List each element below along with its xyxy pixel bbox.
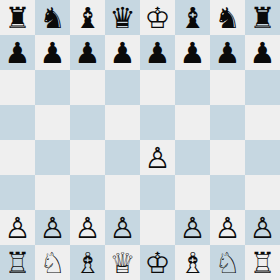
piece-black-pawn[interactable]: ♟ bbox=[110, 36, 136, 70]
piece-white-pawn[interactable]: ♙ bbox=[110, 211, 136, 245]
piece-white-pawn[interactable]: ♙ bbox=[5, 211, 31, 245]
square-g5[interactable] bbox=[210, 105, 245, 140]
square-g3[interactable] bbox=[210, 175, 245, 210]
square-f2[interactable]: ♙ bbox=[175, 210, 210, 245]
square-a6[interactable] bbox=[0, 70, 35, 105]
square-g4[interactable] bbox=[210, 140, 245, 175]
piece-black-pawn[interactable]: ♟ bbox=[145, 36, 171, 70]
square-e4[interactable]: ♙ bbox=[140, 140, 175, 175]
square-a3[interactable] bbox=[0, 175, 35, 210]
square-h1[interactable]: ♖ bbox=[245, 245, 280, 280]
square-f8[interactable]: ♝ bbox=[175, 0, 210, 35]
piece-black-pawn[interactable]: ♟ bbox=[75, 36, 101, 70]
square-e5[interactable] bbox=[140, 105, 175, 140]
piece-white-pawn[interactable]: ♙ bbox=[40, 211, 66, 245]
square-a7[interactable]: ♟ bbox=[0, 35, 35, 70]
square-g7[interactable]: ♟ bbox=[210, 35, 245, 70]
square-f7[interactable]: ♟ bbox=[175, 35, 210, 70]
square-b6[interactable] bbox=[35, 70, 70, 105]
square-b1[interactable]: ♘ bbox=[35, 245, 70, 280]
square-h8[interactable]: ♜ bbox=[245, 0, 280, 35]
square-e8[interactable]: ♔ bbox=[140, 0, 175, 35]
piece-black-pawn[interactable]: ♟ bbox=[180, 36, 206, 70]
square-a2[interactable]: ♙ bbox=[0, 210, 35, 245]
square-a8[interactable]: ♜ bbox=[0, 0, 35, 35]
square-e3[interactable] bbox=[140, 175, 175, 210]
square-d7[interactable]: ♟ bbox=[105, 35, 140, 70]
square-g2[interactable]: ♙ bbox=[210, 210, 245, 245]
piece-white-rook[interactable]: ♖ bbox=[5, 246, 31, 280]
square-c6[interactable] bbox=[70, 70, 105, 105]
square-c8[interactable]: ♝ bbox=[70, 0, 105, 35]
piece-white-king[interactable]: ♔ bbox=[145, 246, 171, 280]
piece-white-bishop[interactable]: ♗ bbox=[75, 246, 101, 280]
square-c1[interactable]: ♗ bbox=[70, 245, 105, 280]
square-d1[interactable]: ♕ bbox=[105, 245, 140, 280]
piece-white-knight[interactable]: ♘ bbox=[40, 246, 66, 280]
square-c4[interactable] bbox=[70, 140, 105, 175]
piece-white-king[interactable]: ♔ bbox=[145, 1, 171, 35]
piece-black-pawn[interactable]: ♟ bbox=[215, 36, 241, 70]
square-f4[interactable] bbox=[175, 140, 210, 175]
piece-white-rook[interactable]: ♖ bbox=[250, 246, 276, 280]
piece-black-bishop[interactable]: ♝ bbox=[180, 1, 206, 35]
square-a1[interactable]: ♖ bbox=[0, 245, 35, 280]
square-d5[interactable] bbox=[105, 105, 140, 140]
piece-white-pawn[interactable]: ♙ bbox=[250, 211, 276, 245]
square-d3[interactable] bbox=[105, 175, 140, 210]
square-a4[interactable] bbox=[0, 140, 35, 175]
square-h6[interactable] bbox=[245, 70, 280, 105]
square-g8[interactable]: ♞ bbox=[210, 0, 245, 35]
piece-black-knight[interactable]: ♞ bbox=[40, 1, 66, 35]
square-b7[interactable]: ♟ bbox=[35, 35, 70, 70]
square-c5[interactable] bbox=[70, 105, 105, 140]
square-h3[interactable] bbox=[245, 175, 280, 210]
square-g1[interactable]: ♘ bbox=[210, 245, 245, 280]
piece-black-rook[interactable]: ♜ bbox=[250, 1, 276, 35]
piece-black-queen[interactable]: ♛ bbox=[110, 1, 136, 35]
piece-black-knight[interactable]: ♞ bbox=[215, 1, 241, 35]
piece-black-bishop[interactable]: ♝ bbox=[75, 1, 101, 35]
square-c3[interactable] bbox=[70, 175, 105, 210]
square-d6[interactable] bbox=[105, 70, 140, 105]
piece-black-rook[interactable]: ♜ bbox=[5, 1, 31, 35]
square-h4[interactable] bbox=[245, 140, 280, 175]
piece-white-bishop[interactable]: ♗ bbox=[180, 246, 206, 280]
piece-white-pawn[interactable]: ♙ bbox=[215, 211, 241, 245]
piece-white-pawn[interactable]: ♙ bbox=[75, 211, 101, 245]
square-b3[interactable] bbox=[35, 175, 70, 210]
square-b8[interactable]: ♞ bbox=[35, 0, 70, 35]
square-f5[interactable] bbox=[175, 105, 210, 140]
square-c2[interactable]: ♙ bbox=[70, 210, 105, 245]
square-b5[interactable] bbox=[35, 105, 70, 140]
square-d8[interactable]: ♛ bbox=[105, 0, 140, 35]
piece-white-pawn[interactable]: ♙ bbox=[180, 211, 206, 245]
square-c7[interactable]: ♟ bbox=[70, 35, 105, 70]
piece-white-queen[interactable]: ♕ bbox=[110, 246, 136, 280]
square-d2[interactable]: ♙ bbox=[105, 210, 140, 245]
square-a5[interactable] bbox=[0, 105, 35, 140]
square-e7[interactable]: ♟ bbox=[140, 35, 175, 70]
square-f3[interactable] bbox=[175, 175, 210, 210]
square-d4[interactable] bbox=[105, 140, 140, 175]
piece-white-pawn[interactable]: ♙ bbox=[145, 141, 171, 175]
piece-white-knight[interactable]: ♘ bbox=[215, 246, 241, 280]
square-f6[interactable] bbox=[175, 70, 210, 105]
piece-black-pawn[interactable]: ♟ bbox=[40, 36, 66, 70]
piece-black-pawn[interactable]: ♟ bbox=[250, 36, 276, 70]
square-e2[interactable] bbox=[140, 210, 175, 245]
chess-board: ♜♞♝♛♔♝♞♜♟♟♟♟♟♟♟♟♙♙♙♙♙♙♙♙♖♘♗♕♔♗♘♖ bbox=[0, 0, 280, 280]
square-h5[interactable] bbox=[245, 105, 280, 140]
square-h2[interactable]: ♙ bbox=[245, 210, 280, 245]
square-g6[interactable] bbox=[210, 70, 245, 105]
piece-black-pawn[interactable]: ♟ bbox=[5, 36, 31, 70]
square-b2[interactable]: ♙ bbox=[35, 210, 70, 245]
square-f1[interactable]: ♗ bbox=[175, 245, 210, 280]
square-e6[interactable] bbox=[140, 70, 175, 105]
square-e1[interactable]: ♔ bbox=[140, 245, 175, 280]
square-h7[interactable]: ♟ bbox=[245, 35, 280, 70]
square-b4[interactable] bbox=[35, 140, 70, 175]
